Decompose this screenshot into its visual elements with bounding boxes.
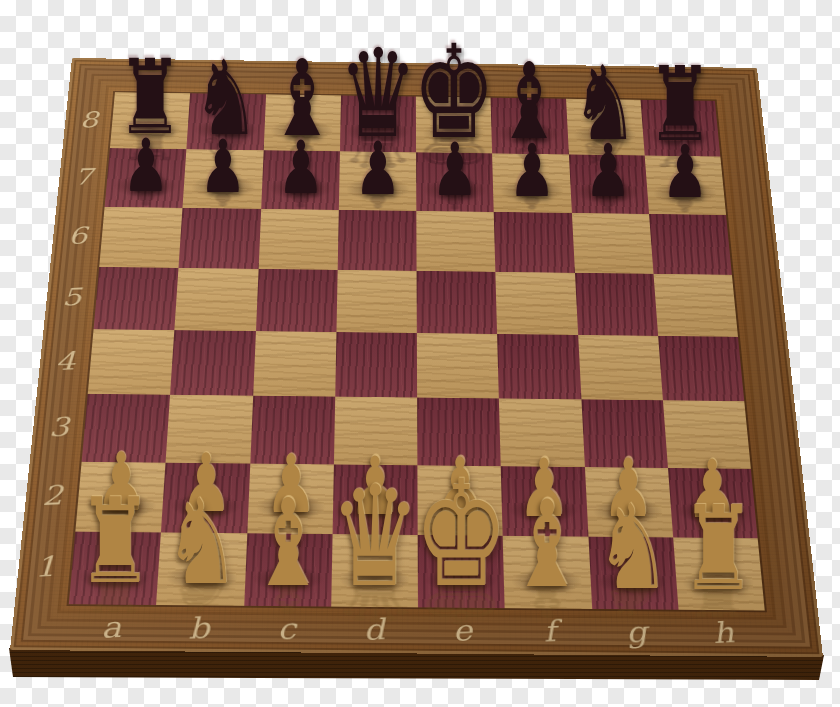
square-e5 xyxy=(417,271,498,334)
square-f2 xyxy=(501,466,588,537)
square-f8 xyxy=(491,98,569,155)
file-label-d: d xyxy=(363,615,386,645)
square-c6 xyxy=(258,209,338,270)
square-h2 xyxy=(668,468,758,539)
square-h7 xyxy=(644,156,726,215)
square-h1 xyxy=(673,537,765,610)
square-a4 xyxy=(88,329,175,395)
square-d7 xyxy=(339,152,417,211)
square-a7 xyxy=(105,148,187,207)
square-g3 xyxy=(581,400,668,468)
square-e4 xyxy=(417,333,499,399)
chess-board: 87654321abcdefgh xyxy=(10,58,823,657)
square-f3 xyxy=(499,399,584,467)
square-e2 xyxy=(417,465,503,536)
square-b8 xyxy=(187,93,266,150)
square-h4 xyxy=(658,336,744,402)
rank-label-2: 2 xyxy=(42,482,63,510)
square-d3 xyxy=(334,397,418,465)
board-coordinates: 87654321abcdefgh xyxy=(72,58,757,68)
square-d1 xyxy=(331,534,418,607)
square-f5 xyxy=(496,272,578,335)
square-a1 xyxy=(69,531,161,605)
square-e8 xyxy=(416,97,492,154)
file-label-g: g xyxy=(624,617,649,647)
square-d5 xyxy=(336,270,417,333)
square-f6 xyxy=(494,212,575,273)
file-label-e: e xyxy=(451,616,473,646)
square-c3 xyxy=(250,396,335,464)
square-h6 xyxy=(649,214,732,275)
square-g4 xyxy=(578,335,663,401)
square-a8 xyxy=(110,92,190,149)
square-e7 xyxy=(416,153,494,212)
square-a2 xyxy=(75,461,165,532)
square-a5 xyxy=(94,267,179,330)
rank-label-8: 8 xyxy=(80,109,99,131)
rank-label-7: 7 xyxy=(74,165,93,188)
square-g1 xyxy=(588,536,678,609)
rank-label-6: 6 xyxy=(68,224,87,248)
transparent-background: 87654321abcdefgh ♜♜♞♞♝♝♛♛♚♚♝♝♞♞♜♜♟♟♟♟♟♟♟… xyxy=(0,0,840,707)
square-d4 xyxy=(335,332,417,398)
square-d2 xyxy=(332,464,417,535)
square-g2 xyxy=(584,467,672,538)
square-h8 xyxy=(640,100,720,157)
square-a6 xyxy=(99,206,183,267)
file-label-b: b xyxy=(188,614,210,644)
file-label-a: a xyxy=(101,613,121,643)
square-d8 xyxy=(340,95,416,152)
rank-label-4: 4 xyxy=(55,348,75,374)
square-h3 xyxy=(663,400,751,468)
square-d6 xyxy=(337,210,416,271)
square-b1 xyxy=(156,532,246,606)
square-e6 xyxy=(416,211,495,272)
file-label-h: h xyxy=(711,618,737,648)
rank-label-5: 5 xyxy=(62,285,82,310)
square-g7 xyxy=(568,155,648,214)
square-g6 xyxy=(571,213,653,274)
square-c7 xyxy=(261,150,340,209)
file-label-c: c xyxy=(277,614,297,644)
board-squares xyxy=(69,92,765,610)
square-f7 xyxy=(492,154,571,213)
square-c4 xyxy=(253,331,337,397)
rank-label-3: 3 xyxy=(49,414,70,441)
square-g5 xyxy=(574,273,657,336)
square-a3 xyxy=(82,394,171,462)
square-b5 xyxy=(175,268,259,331)
square-b7 xyxy=(183,149,263,208)
square-b4 xyxy=(170,330,255,396)
file-label-f: f xyxy=(541,617,557,646)
square-b2 xyxy=(161,462,250,533)
square-h5 xyxy=(653,274,738,337)
square-c8 xyxy=(263,94,341,151)
square-c5 xyxy=(255,269,337,332)
square-e1 xyxy=(418,535,505,608)
square-b3 xyxy=(166,395,253,463)
square-b6 xyxy=(179,208,261,269)
rank-label-1: 1 xyxy=(35,553,57,582)
square-f4 xyxy=(497,334,581,400)
square-e3 xyxy=(417,398,501,466)
square-g8 xyxy=(566,99,645,156)
square-c2 xyxy=(247,463,334,534)
square-c1 xyxy=(244,533,333,607)
square-f1 xyxy=(503,536,592,609)
